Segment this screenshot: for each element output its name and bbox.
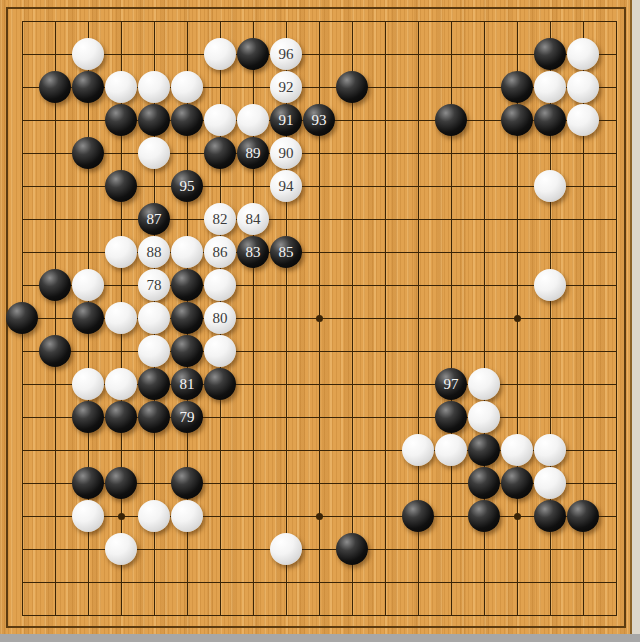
stone-move-91: 91 xyxy=(270,104,302,136)
stone-white xyxy=(534,71,566,103)
stone-black xyxy=(39,71,71,103)
stone-white xyxy=(534,170,566,202)
stone-white xyxy=(171,71,203,103)
stone-white xyxy=(204,335,236,367)
stone-black xyxy=(435,104,467,136)
stone-black xyxy=(171,269,203,301)
board-right-edge xyxy=(630,0,640,642)
stone-black xyxy=(468,467,500,499)
stone-white xyxy=(237,104,269,136)
stone-black xyxy=(237,38,269,70)
go-board: 9692919389909594878284888683857880819779 xyxy=(0,0,632,634)
stone-white xyxy=(138,137,170,169)
stone-black xyxy=(72,401,104,433)
stone-white xyxy=(534,467,566,499)
stone-white xyxy=(204,269,236,301)
stone-black xyxy=(435,401,467,433)
stone-black xyxy=(402,500,434,532)
stone-black xyxy=(105,401,137,433)
stone-black xyxy=(138,368,170,400)
stone-black xyxy=(138,401,170,433)
stone-black xyxy=(534,38,566,70)
stone-black xyxy=(138,104,170,136)
stone-white xyxy=(204,38,236,70)
stone-move-84: 84 xyxy=(237,203,269,235)
stone-move-83: 83 xyxy=(237,236,269,268)
stone-white xyxy=(567,71,599,103)
stone-move-85: 85 xyxy=(270,236,302,268)
stone-move-88: 88 xyxy=(138,236,170,268)
stone-white xyxy=(435,434,467,466)
stone-black xyxy=(6,302,38,334)
stone-black xyxy=(204,368,236,400)
stone-move-81: 81 xyxy=(171,368,203,400)
stone-white xyxy=(105,302,137,334)
stone-black xyxy=(72,467,104,499)
stone-black xyxy=(171,335,203,367)
stone-white xyxy=(105,533,137,565)
stone-move-86: 86 xyxy=(204,236,236,268)
stone-white xyxy=(204,104,236,136)
stone-white xyxy=(138,71,170,103)
stone-black xyxy=(39,335,71,367)
stone-black xyxy=(105,104,137,136)
stone-black xyxy=(567,500,599,532)
stone-white xyxy=(138,302,170,334)
stone-white xyxy=(171,236,203,268)
stone-white xyxy=(138,335,170,367)
stone-move-82: 82 xyxy=(204,203,236,235)
stone-move-94: 94 xyxy=(270,170,302,202)
stone-black xyxy=(534,104,566,136)
stone-white xyxy=(270,533,302,565)
stone-move-93: 93 xyxy=(303,104,335,136)
stone-black xyxy=(501,71,533,103)
stone-white xyxy=(534,269,566,301)
stones-layer: 9692919389909594878284888683857880819779 xyxy=(0,0,632,634)
stone-white xyxy=(72,269,104,301)
stone-black xyxy=(171,302,203,334)
stone-black xyxy=(468,500,500,532)
stone-white xyxy=(468,368,500,400)
stone-move-96: 96 xyxy=(270,38,302,70)
stone-black xyxy=(204,137,236,169)
stone-move-92: 92 xyxy=(270,71,302,103)
stone-black xyxy=(171,467,203,499)
stone-black xyxy=(534,500,566,532)
stone-white xyxy=(402,434,434,466)
stone-white xyxy=(72,38,104,70)
stone-black xyxy=(468,434,500,466)
stone-white xyxy=(501,434,533,466)
stone-white xyxy=(567,104,599,136)
stone-black xyxy=(336,71,368,103)
stone-black xyxy=(105,170,137,202)
stone-move-80: 80 xyxy=(204,302,236,334)
stone-white xyxy=(72,500,104,532)
stone-move-97: 97 xyxy=(435,368,467,400)
stone-black xyxy=(72,137,104,169)
stone-move-87: 87 xyxy=(138,203,170,235)
stone-black xyxy=(72,71,104,103)
stone-move-79: 79 xyxy=(171,401,203,433)
stone-black xyxy=(39,269,71,301)
stone-black xyxy=(501,467,533,499)
stone-black xyxy=(501,104,533,136)
stone-white xyxy=(105,368,137,400)
stone-black xyxy=(72,302,104,334)
stone-white xyxy=(105,71,137,103)
stone-move-95: 95 xyxy=(171,170,203,202)
stone-white xyxy=(105,236,137,268)
go-board-diagram: 9692919389909594878284888683857880819779 xyxy=(0,0,640,642)
stone-move-78: 78 xyxy=(138,269,170,301)
stone-white xyxy=(534,434,566,466)
stone-white xyxy=(138,500,170,532)
stone-white xyxy=(468,401,500,433)
stone-move-89: 89 xyxy=(237,137,269,169)
stone-black xyxy=(171,104,203,136)
stone-white xyxy=(171,500,203,532)
stone-white xyxy=(567,38,599,70)
stone-black xyxy=(336,533,368,565)
stone-black xyxy=(105,467,137,499)
stone-move-90: 90 xyxy=(270,137,302,169)
board-bottom-shadow xyxy=(0,634,640,642)
stone-white xyxy=(72,368,104,400)
